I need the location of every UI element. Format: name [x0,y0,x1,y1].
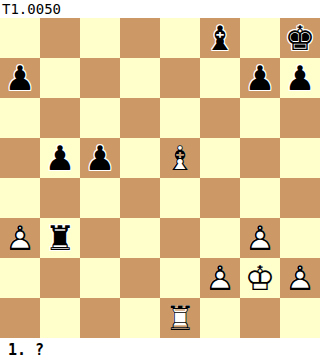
square-b7[interactable] [40,58,80,98]
white-piece-outline: ♖ [160,298,200,338]
black-piece-fill: ♟ [280,58,320,98]
black-pawn-piece: ♟ [240,58,280,98]
white-piece-outline: ♙ [200,258,240,298]
white-piece-outline: ♙ [280,258,320,298]
black-bishop-piece: ♝ [200,18,240,58]
black-piece-fill: ♟ [80,138,120,178]
black-piece-fill: ♟ [40,138,80,178]
square-h2[interactable]: ♟♙ [280,258,320,298]
square-b3[interactable]: ♜ [40,218,80,258]
square-e1[interactable]: ♜♖ [160,298,200,338]
square-h8[interactable]: ♚ [280,18,320,58]
square-f5[interactable] [200,138,240,178]
square-d5[interactable] [120,138,160,178]
square-g6[interactable] [240,98,280,138]
square-a5[interactable] [0,138,40,178]
black-piece-fill: ♜ [40,218,80,258]
square-c5[interactable]: ♟ [80,138,120,178]
square-d3[interactable] [120,218,160,258]
square-f1[interactable] [200,298,240,338]
white-piece-outline: ♗ [160,138,200,178]
square-e5[interactable]: ♝♗ [160,138,200,178]
square-h4[interactable] [280,178,320,218]
square-e2[interactable] [160,258,200,298]
square-f6[interactable] [200,98,240,138]
problem-title: T1.0050 [0,0,320,18]
move-prompt: 1. ? [0,338,320,360]
square-a6[interactable] [0,98,40,138]
square-e3[interactable] [160,218,200,258]
square-f8[interactable]: ♝ [200,18,240,58]
black-pawn-piece: ♟ [280,58,320,98]
square-d2[interactable] [120,258,160,298]
square-c8[interactable] [80,18,120,58]
square-h5[interactable] [280,138,320,178]
square-a4[interactable] [0,178,40,218]
square-h6[interactable] [280,98,320,138]
square-d4[interactable] [120,178,160,218]
square-e4[interactable] [160,178,200,218]
square-a1[interactable] [0,298,40,338]
chess-trainer-window: T1.0050 ♝♚♟♟♟♟♟♝♗♟♙♜♟♙♟♙♚♔♟♙♜♖ 1. ? [0,0,320,360]
square-b2[interactable] [40,258,80,298]
square-g1[interactable] [240,298,280,338]
square-b1[interactable] [40,298,80,338]
white-pawn-piece: ♟♙ [0,218,40,258]
square-c6[interactable] [80,98,120,138]
square-a8[interactable] [0,18,40,58]
square-h1[interactable] [280,298,320,338]
white-king-piece: ♚♔ [240,258,280,298]
square-c2[interactable] [80,258,120,298]
square-d7[interactable] [120,58,160,98]
square-e7[interactable] [160,58,200,98]
square-c4[interactable] [80,178,120,218]
square-f4[interactable] [200,178,240,218]
square-a3[interactable]: ♟♙ [0,218,40,258]
square-h7[interactable]: ♟ [280,58,320,98]
black-rook-piece: ♜ [40,218,80,258]
square-a2[interactable] [0,258,40,298]
black-pawn-piece: ♟ [40,138,80,178]
square-c3[interactable] [80,218,120,258]
square-b6[interactable] [40,98,80,138]
black-king-piece: ♚ [280,18,320,58]
square-d1[interactable] [120,298,160,338]
chess-board: ♝♚♟♟♟♟♟♝♗♟♙♜♟♙♟♙♚♔♟♙♜♖ [0,18,320,338]
square-b4[interactable] [40,178,80,218]
square-b8[interactable] [40,18,80,58]
white-rook-piece: ♜♖ [160,298,200,338]
square-e6[interactable] [160,98,200,138]
square-g8[interactable] [240,18,280,58]
square-d8[interactable] [120,18,160,58]
square-g2[interactable]: ♚♔ [240,258,280,298]
white-piece-outline: ♙ [0,218,40,258]
square-g4[interactable] [240,178,280,218]
white-pawn-piece: ♟♙ [280,258,320,298]
black-piece-fill: ♚ [280,18,320,58]
square-f7[interactable] [200,58,240,98]
square-h3[interactable] [280,218,320,258]
white-piece-outline: ♙ [240,218,280,258]
white-bishop-piece: ♝♗ [160,138,200,178]
square-f2[interactable]: ♟♙ [200,258,240,298]
square-c1[interactable] [80,298,120,338]
white-pawn-piece: ♟♙ [240,218,280,258]
square-g5[interactable] [240,138,280,178]
square-b5[interactable]: ♟ [40,138,80,178]
square-g7[interactable]: ♟ [240,58,280,98]
white-piece-outline: ♔ [240,258,280,298]
square-f3[interactable] [200,218,240,258]
square-d6[interactable] [120,98,160,138]
square-e8[interactable] [160,18,200,58]
black-pawn-piece: ♟ [80,138,120,178]
black-piece-fill: ♟ [0,58,40,98]
black-piece-fill: ♝ [200,18,240,58]
black-pawn-piece: ♟ [0,58,40,98]
square-c7[interactable] [80,58,120,98]
white-pawn-piece: ♟♙ [200,258,240,298]
black-piece-fill: ♟ [240,58,280,98]
square-g3[interactable]: ♟♙ [240,218,280,258]
square-a7[interactable]: ♟ [0,58,40,98]
